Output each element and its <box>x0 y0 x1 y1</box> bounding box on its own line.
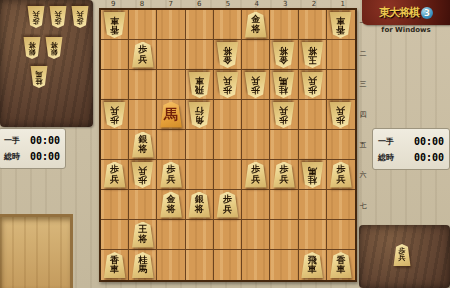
board-square-2e[interactable] <box>299 130 327 160</box>
board-square-8i[interactable]: 桂馬 <box>129 250 157 280</box>
shogi-app-window: 歩兵歩兵歩兵銀将銀将桂馬 一手 00:00 総時 00:00 987654321… <box>0 0 450 288</box>
board-square-9e[interactable] <box>101 130 129 160</box>
piece-sente-pawn[interactable]: 歩兵 <box>216 192 239 218</box>
board-square-7c[interactable] <box>157 70 185 100</box>
board-square-3h[interactable] <box>270 220 298 250</box>
file-coordinate-label: 9 <box>99 0 128 8</box>
piece-sente-silver[interactable]: 銀将 <box>131 132 154 158</box>
rank-coordinate-label: 五 <box>358 130 368 160</box>
rank-coordinate-label: 七 <box>358 191 368 221</box>
board-square-5c[interactable]: 歩兵 <box>214 70 242 100</box>
piece-sente-lance[interactable]: 香車 <box>103 252 126 278</box>
board-square-3g[interactable] <box>270 190 298 220</box>
board-square-3f[interactable]: 歩兵 <box>270 160 298 190</box>
board-square-5b[interactable]: 金将 <box>214 40 242 70</box>
captured-pieces-row: 歩兵歩兵歩兵 <box>27 6 90 28</box>
logo-version-badge: 3 <box>421 7 433 19</box>
piece-sente-silver[interactable]: 銀将 <box>188 192 211 218</box>
board-square-7i[interactable] <box>157 250 185 280</box>
move-time-label: 一手 <box>378 136 394 147</box>
piece-sente-pawn[interactable]: 歩兵 <box>272 162 295 188</box>
piece-sente-gold[interactable]: 金将 <box>244 12 267 38</box>
board-square-2f[interactable]: 桂馬 <box>299 160 327 190</box>
board-square-9c[interactable] <box>101 70 129 100</box>
piece-gote-pawn[interactable]: 歩兵 <box>329 102 352 128</box>
piece-gote-in-hand[interactable]: 歩兵 <box>71 6 89 28</box>
piece-gote-pawn[interactable]: 歩兵 <box>131 162 154 188</box>
board-square-1f[interactable]: 歩兵 <box>327 160 355 190</box>
board-square-6g[interactable]: 銀将 <box>186 190 214 220</box>
board-square-7h[interactable] <box>157 220 185 250</box>
piece-sente-pawn[interactable]: 歩兵 <box>329 162 352 188</box>
board-square-3c[interactable]: 桂馬 <box>270 70 298 100</box>
piece-sente-horse[interactable]: 馬 <box>160 102 183 128</box>
board-square-4a[interactable]: 金将 <box>242 10 270 40</box>
board-square-6a[interactable] <box>186 10 214 40</box>
board-square-9g[interactable] <box>101 190 129 220</box>
board-square-5f[interactable] <box>214 160 242 190</box>
clock-row: 総時 00:00 <box>4 151 60 162</box>
board-square-2g[interactable] <box>299 190 327 220</box>
clock-row: 総時 00:00 <box>378 152 444 163</box>
piece-sente-rook[interactable]: 飛車 <box>301 252 324 278</box>
board-square-1e[interactable] <box>327 130 355 160</box>
captured-pieces-row: 歩兵 <box>393 244 450 266</box>
board-square-7f[interactable]: 歩兵 <box>157 160 185 190</box>
file-coordinate-label: 3 <box>271 0 300 8</box>
move-time-value: 00:00 <box>30 135 60 146</box>
file-coordinate-label: 7 <box>156 0 185 8</box>
move-time-label: 一手 <box>4 135 20 146</box>
piece-sente-king[interactable]: 王将 <box>131 222 154 248</box>
board-square-7e[interactable] <box>157 130 185 160</box>
rank-coordinate-label: 四 <box>358 99 368 129</box>
piece-gote-pawn[interactable]: 歩兵 <box>103 102 126 128</box>
board-square-4e[interactable] <box>242 130 270 160</box>
board-square-8c[interactable] <box>129 70 157 100</box>
piece-sente-pawn[interactable]: 歩兵 <box>160 162 183 188</box>
piece-gote-knight[interactable]: 桂馬 <box>272 72 295 98</box>
board-square-3d[interactable]: 歩兵 <box>270 100 298 130</box>
clock-row: 一手 00:00 <box>4 135 60 146</box>
board-square-5i[interactable] <box>214 250 242 280</box>
board-square-5a[interactable] <box>214 10 242 40</box>
captured-pieces-row: 桂馬 <box>30 66 93 88</box>
board-square-7g[interactable]: 金将 <box>157 190 185 220</box>
board-square-7b[interactable] <box>157 40 185 70</box>
piece-gote-rook[interactable]: 飛車 <box>188 72 211 98</box>
board-square-6i[interactable] <box>186 250 214 280</box>
board-square-1i[interactable]: 香車 <box>327 250 355 280</box>
piece-gote-in-hand[interactable]: 歩兵 <box>27 6 45 28</box>
file-coordinate-label: 2 <box>300 0 329 8</box>
board-square-2a[interactable] <box>299 10 327 40</box>
piece-gote-in-hand[interactable]: 歩兵 <box>49 6 67 28</box>
captured-pieces-row: 銀将銀将 <box>23 37 93 59</box>
board-square-4c[interactable]: 歩兵 <box>242 70 270 100</box>
piece-sente-in-hand[interactable]: 歩兵 <box>393 244 411 266</box>
board-square-8a[interactable] <box>129 10 157 40</box>
piece-gote-pawn[interactable]: 歩兵 <box>244 72 267 98</box>
board-square-3e[interactable] <box>270 130 298 160</box>
piece-gote-pawn[interactable]: 歩兵 <box>216 72 239 98</box>
board-square-8g[interactable] <box>129 190 157 220</box>
board-square-6c[interactable]: 飛車 <box>186 70 214 100</box>
piece-sente-gold[interactable]: 金将 <box>160 192 183 218</box>
piece-sente-pawn[interactable]: 歩兵 <box>131 42 154 68</box>
logo-panel: 東大将棋 3 <box>362 0 450 25</box>
board-square-6d[interactable]: 角行 <box>186 100 214 130</box>
file-coordinates: 987654321 <box>99 0 357 8</box>
piece-sente-pawn[interactable]: 歩兵 <box>103 162 126 188</box>
board-square-9f[interactable]: 歩兵 <box>101 160 129 190</box>
board-square-9a[interactable]: 香車 <box>101 10 129 40</box>
board-square-8d[interactable] <box>129 100 157 130</box>
board-square-9d[interactable]: 歩兵 <box>101 100 129 130</box>
board-square-6f[interactable] <box>186 160 214 190</box>
file-coordinate-label: 4 <box>242 0 271 8</box>
piece-gote-in-hand[interactable]: 銀将 <box>45 37 63 59</box>
total-time-value: 00:00 <box>30 151 60 162</box>
piece-gote-lance[interactable]: 香車 <box>103 12 126 38</box>
board-square-4f[interactable]: 歩兵 <box>242 160 270 190</box>
board-square-7a[interactable] <box>157 10 185 40</box>
board-square-7d[interactable]: 馬 <box>157 100 185 130</box>
board-square-2i[interactable]: 飛車 <box>299 250 327 280</box>
board-square-4h[interactable] <box>242 220 270 250</box>
board-square-3i[interactable] <box>270 250 298 280</box>
wooden-piece-box <box>0 214 73 288</box>
board-square-5d[interactable] <box>214 100 242 130</box>
piece-gote-knight[interactable]: 桂馬 <box>301 162 324 188</box>
move-time-value: 00:00 <box>414 136 444 147</box>
total-time-label: 総時 <box>378 152 394 163</box>
shogi-board: 香車金将香車歩兵金将金将玉将飛車歩兵歩兵桂馬歩兵歩兵馬角行歩兵歩兵銀将歩兵歩兵歩… <box>99 8 357 282</box>
piece-gote-pawn[interactable]: 歩兵 <box>301 72 324 98</box>
board-square-8f[interactable]: 歩兵 <box>129 160 157 190</box>
board-square-4g[interactable] <box>242 190 270 220</box>
total-time-value: 00:00 <box>414 152 444 163</box>
clock-row: 一手 00:00 <box>378 136 444 147</box>
file-coordinate-label: 6 <box>185 0 214 8</box>
board-square-6e[interactable] <box>186 130 214 160</box>
board-square-4d[interactable] <box>242 100 270 130</box>
board-square-8b[interactable]: 歩兵 <box>129 40 157 70</box>
board-square-1h[interactable] <box>327 220 355 250</box>
sente-captured-pieces-tray: 歩兵 <box>359 225 450 288</box>
piece-gote-in-hand[interactable]: 桂馬 <box>30 66 48 88</box>
board-square-5g[interactable]: 歩兵 <box>214 190 242 220</box>
board-square-3a[interactable] <box>270 10 298 40</box>
board-square-1c[interactable] <box>327 70 355 100</box>
board-square-6b[interactable] <box>186 40 214 70</box>
logo-subtitle: for Windows <box>362 26 450 34</box>
board-square-1a[interactable]: 香車 <box>327 10 355 40</box>
board-square-8h[interactable]: 王将 <box>129 220 157 250</box>
piece-gote-bishop[interactable]: 角行 <box>188 102 211 128</box>
board-square-9i[interactable]: 香車 <box>101 250 129 280</box>
file-coordinate-label: 1 <box>328 0 357 8</box>
board-square-5h[interactable] <box>214 220 242 250</box>
board-square-1d[interactable]: 歩兵 <box>327 100 355 130</box>
board-square-2c[interactable]: 歩兵 <box>299 70 327 100</box>
board-square-9h[interactable] <box>101 220 129 250</box>
piece-gote-king[interactable]: 玉将 <box>301 42 324 68</box>
rank-coordinate-label: 三 <box>358 69 368 99</box>
rank-coordinate-label: 二 <box>358 38 368 68</box>
board-square-8e[interactable]: 銀将 <box>129 130 157 160</box>
logo-title: 東大将棋 <box>379 5 419 20</box>
piece-gote-gold[interactable]: 金将 <box>272 42 295 68</box>
piece-gote-pawn[interactable]: 歩兵 <box>272 102 295 128</box>
piece-sente-pawn[interactable]: 歩兵 <box>244 162 267 188</box>
board-square-1b[interactable] <box>327 40 355 70</box>
board-square-9b[interactable] <box>101 40 129 70</box>
rank-coordinate-label: 六 <box>358 160 368 190</box>
piece-sente-lance[interactable]: 香車 <box>329 252 352 278</box>
piece-sente-knight[interactable]: 桂馬 <box>131 252 154 278</box>
board-square-2h[interactable] <box>299 220 327 250</box>
app-logo: 東大将棋 3 for Windows <box>362 0 450 34</box>
piece-gote-lance[interactable]: 香車 <box>329 12 352 38</box>
board-square-6h[interactable] <box>186 220 214 250</box>
file-coordinate-label: 8 <box>128 0 157 8</box>
board-square-5e[interactable] <box>214 130 242 160</box>
left-clock-panel: 一手 00:00 総時 00:00 <box>0 128 66 169</box>
board-square-1g[interactable] <box>327 190 355 220</box>
piece-gote-gold[interactable]: 金将 <box>216 42 239 68</box>
board-square-4i[interactable] <box>242 250 270 280</box>
board-square-2b[interactable]: 玉将 <box>299 40 327 70</box>
piece-gote-in-hand[interactable]: 銀将 <box>23 37 41 59</box>
right-clock-panel: 一手 00:00 総時 00:00 <box>372 128 450 170</box>
total-time-label: 総時 <box>4 151 20 162</box>
gote-captured-pieces-tray: 歩兵歩兵歩兵銀将銀将桂馬 <box>0 0 93 127</box>
file-coordinate-label: 5 <box>214 0 243 8</box>
board-square-4b[interactable] <box>242 40 270 70</box>
board-square-2d[interactable] <box>299 100 327 130</box>
board-square-3b[interactable]: 金将 <box>270 40 298 70</box>
